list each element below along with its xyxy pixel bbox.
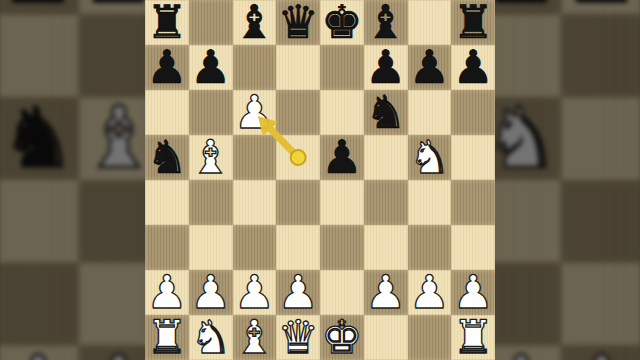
video-frame: ♜♝♛♚♝♜♟♟♟♟♟♟♞♞♝♟♞♟♟♟♟♟♟♟♜♞♝♛♚♜ ♜♝♛♚♝♜♟♟♟…: [0, 0, 640, 360]
square-a3[interactable]: [145, 225, 189, 270]
square-a7: ♟: [0, 0, 79, 14]
square-h4[interactable]: [451, 180, 495, 225]
square-d6[interactable]: [276, 90, 320, 135]
square-b6[interactable]: [189, 90, 233, 135]
piece-wp-h2: ♟: [562, 346, 640, 360]
square-d3[interactable]: [276, 225, 320, 270]
square-d1[interactable]: ♛: [276, 315, 320, 360]
square-c2[interactable]: ♟: [233, 270, 277, 315]
square-c3[interactable]: [233, 225, 277, 270]
piece-wr-a1: ♜: [145, 315, 189, 360]
piece-bp-h7: ♟: [562, 0, 640, 14]
square-a4: [0, 180, 79, 263]
piece-bn-a5: ♞: [145, 135, 189, 180]
piece-bn-f6: ♞: [364, 90, 408, 135]
square-d2[interactable]: ♟: [276, 270, 320, 315]
square-a2[interactable]: ♟: [145, 270, 189, 315]
square-a8[interactable]: ♜: [145, 0, 189, 45]
square-g6[interactable]: [408, 90, 452, 135]
piece-wp-b2: ♟: [189, 270, 233, 315]
square-e5[interactable]: ♟: [320, 135, 364, 180]
square-e4[interactable]: [320, 180, 364, 225]
square-a6[interactable]: [145, 90, 189, 135]
square-a1[interactable]: ♜: [145, 315, 189, 360]
square-f6[interactable]: ♞: [364, 90, 408, 135]
square-c1[interactable]: ♝: [233, 315, 277, 360]
square-c4[interactable]: [233, 180, 277, 225]
piece-wn-b1: ♞: [189, 315, 233, 360]
square-b4[interactable]: [189, 180, 233, 225]
square-f3[interactable]: [364, 225, 408, 270]
square-a5[interactable]: ♞: [145, 135, 189, 180]
square-f7[interactable]: ♟: [364, 45, 408, 90]
square-d7[interactable]: [276, 45, 320, 90]
square-f8[interactable]: ♝: [364, 0, 408, 45]
square-b3[interactable]: [189, 225, 233, 270]
square-b5[interactable]: ♝: [189, 135, 233, 180]
square-h3: [562, 263, 640, 346]
piece-bp-b7: ♟: [189, 45, 233, 90]
piece-wp-g2: ♟: [408, 270, 452, 315]
square-h5: [562, 97, 640, 180]
piece-bp-h7: ♟: [451, 45, 495, 90]
square-b2[interactable]: ♟: [189, 270, 233, 315]
square-f4[interactable]: [364, 180, 408, 225]
square-h6[interactable]: [451, 90, 495, 135]
piece-wq-d1: ♛: [276, 315, 320, 360]
square-h7[interactable]: ♟: [451, 45, 495, 90]
square-h6: [562, 14, 640, 97]
square-a2: ♟: [0, 346, 79, 360]
square-g4[interactable]: [408, 180, 452, 225]
piece-bb-f8: ♝: [364, 0, 408, 45]
square-a3: [0, 263, 79, 346]
piece-bp-e5: ♟: [320, 135, 364, 180]
square-h2[interactable]: ♟: [451, 270, 495, 315]
piece-wp-c2: ♟: [233, 270, 277, 315]
chess-board: ♜♝♛♚♝♜♟♟♟♟♟♟♞♞♝♟♞♟♟♟♟♟♟♟♜♞♝♛♚♜: [145, 0, 495, 360]
square-b8[interactable]: [189, 0, 233, 45]
square-g3[interactable]: [408, 225, 452, 270]
square-h3[interactable]: [451, 225, 495, 270]
square-a5: ♞: [0, 97, 79, 180]
piece-wb-c1: ♝: [233, 315, 277, 360]
square-c5[interactable]: [233, 135, 277, 180]
square-g8[interactable]: [408, 0, 452, 45]
piece-bp-f7: ♟: [364, 45, 408, 90]
piece-wp-c6: ♟: [233, 90, 277, 135]
square-c6[interactable]: ♟: [233, 90, 277, 135]
square-d5[interactable]: [276, 135, 320, 180]
square-e6[interactable]: [320, 90, 364, 135]
square-e8[interactable]: ♚: [320, 0, 364, 45]
square-h7: ♟: [562, 0, 640, 14]
square-e2[interactable]: [320, 270, 364, 315]
square-a7[interactable]: ♟: [145, 45, 189, 90]
square-a4[interactable]: [145, 180, 189, 225]
square-h5[interactable]: [451, 135, 495, 180]
piece-bk-e8: ♚: [320, 0, 364, 45]
piece-wr-h1: ♜: [451, 315, 495, 360]
piece-wp-a2: ♟: [0, 346, 79, 360]
piece-bp-g7: ♟: [408, 45, 452, 90]
piece-wn-g5: ♞: [408, 135, 452, 180]
square-h4: [562, 180, 640, 263]
piece-br-a8: ♜: [145, 0, 189, 45]
square-h2: ♟: [562, 346, 640, 360]
piece-br-h8: ♜: [451, 0, 495, 45]
piece-bp-a7: ♟: [0, 0, 79, 14]
piece-wp-a2: ♟: [145, 270, 189, 315]
piece-bn-a5: ♞: [0, 97, 79, 180]
square-c8[interactable]: ♝: [233, 0, 277, 45]
piece-bb-c8: ♝: [233, 0, 277, 45]
piece-wb-b5: ♝: [189, 135, 233, 180]
square-f1[interactable]: [364, 315, 408, 360]
square-f5[interactable]: [364, 135, 408, 180]
square-g5[interactable]: ♞: [408, 135, 452, 180]
square-e3[interactable]: [320, 225, 364, 270]
square-h8[interactable]: ♜: [451, 0, 495, 45]
square-f2[interactable]: ♟: [364, 270, 408, 315]
piece-wp-d2: ♟: [276, 270, 320, 315]
square-b1[interactable]: ♞: [189, 315, 233, 360]
square-e1[interactable]: ♚: [320, 315, 364, 360]
square-d8[interactable]: ♛: [276, 0, 320, 45]
square-c7[interactable]: [233, 45, 277, 90]
piece-bq-d8: ♛: [276, 0, 320, 45]
piece-wk-e1: ♚: [320, 315, 364, 360]
square-a6: [0, 14, 79, 97]
square-h1[interactable]: ♜: [451, 315, 495, 360]
board-area: ♜♝♛♚♝♜♟♟♟♟♟♟♞♞♝♟♞♟♟♟♟♟♟♟♜♞♝♛♚♜: [145, 0, 495, 360]
square-g7[interactable]: ♟: [408, 45, 452, 90]
square-b7[interactable]: ♟: [189, 45, 233, 90]
piece-wp-f2: ♟: [364, 270, 408, 315]
piece-bp-a7: ♟: [145, 45, 189, 90]
square-g1[interactable]: [408, 315, 452, 360]
square-e7[interactable]: [320, 45, 364, 90]
square-d4[interactable]: [276, 180, 320, 225]
piece-wp-h2: ♟: [451, 270, 495, 315]
square-g2[interactable]: ♟: [408, 270, 452, 315]
